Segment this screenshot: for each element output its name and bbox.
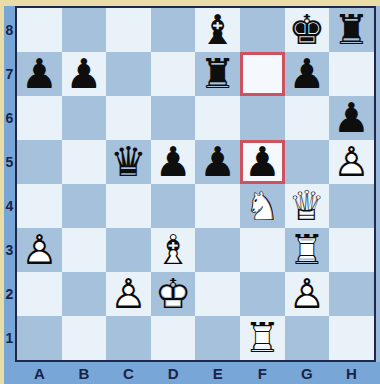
white-knight-icon[interactable]: ♞♘ (240, 184, 285, 228)
square-h2[interactable] (329, 272, 374, 316)
rank-label-8: 8 (4, 8, 15, 52)
white-queen-icon[interactable]: ♛♕ (285, 184, 330, 228)
square-a3[interactable]: ♟♙ (17, 228, 62, 272)
file-label-a: A (17, 362, 62, 384)
square-f1[interactable]: ♜♖ (240, 316, 285, 360)
rank-label-7: 7 (4, 52, 15, 96)
white-pawn-icon[interactable]: ♟♙ (106, 272, 151, 316)
square-f6[interactable] (240, 96, 285, 140)
rank-label-3: 3 (4, 228, 15, 272)
black-pawn-icon[interactable]: ♟ (62, 52, 107, 96)
square-b8[interactable] (62, 8, 107, 52)
square-a1[interactable] (17, 316, 62, 360)
file-labels: ABCDEFGH (17, 362, 374, 384)
black-pawn-icon[interactable]: ♟ (151, 140, 196, 184)
square-b3[interactable] (62, 228, 107, 272)
square-b7[interactable]: ♟ (62, 52, 107, 96)
square-b6[interactable] (62, 96, 107, 140)
square-d7[interactable] (151, 52, 196, 96)
square-d2[interactable]: ♚♔ (151, 272, 196, 316)
square-a4[interactable] (17, 184, 62, 228)
white-bishop-icon[interactable]: ♝♗ (151, 228, 196, 272)
square-d1[interactable] (151, 316, 196, 360)
square-g6[interactable] (285, 96, 330, 140)
square-c1[interactable] (106, 316, 151, 360)
square-d5[interactable]: ♟ (151, 140, 196, 184)
rank-label-1: 1 (4, 316, 15, 360)
square-h6[interactable]: ♟ (329, 96, 374, 140)
board-box: ♝♚♜♟♟♜♟♟♛♟♟♟♟♙♞♘♛♕♟♙♝♗♜♖♟♙♚♔♟♙♜♖ (15, 6, 376, 362)
square-e1[interactable] (195, 316, 240, 360)
file-label-e: E (195, 362, 240, 384)
white-king-icon[interactable]: ♚♔ (151, 272, 196, 316)
white-pawn-icon[interactable]: ♟♙ (285, 272, 330, 316)
square-a7[interactable]: ♟ (17, 52, 62, 96)
square-h1[interactable] (329, 316, 374, 360)
square-b2[interactable] (62, 272, 107, 316)
square-e7[interactable]: ♜ (195, 52, 240, 96)
black-queen-icon[interactable]: ♛ (106, 140, 151, 184)
square-c5[interactable]: ♛ (106, 140, 151, 184)
square-g4[interactable]: ♛♕ (285, 184, 330, 228)
square-a6[interactable] (17, 96, 62, 140)
black-pawn-icon[interactable]: ♟ (195, 140, 240, 184)
square-e5[interactable]: ♟ (195, 140, 240, 184)
square-e3[interactable] (195, 228, 240, 272)
square-g2[interactable]: ♟♙ (285, 272, 330, 316)
chess-board: ♝♚♜♟♟♜♟♟♛♟♟♟♟♙♞♘♛♕♟♙♝♗♜♖♟♙♚♔♟♙♜♖ (17, 8, 374, 360)
square-h8[interactable]: ♜ (329, 8, 374, 52)
square-d3[interactable]: ♝♗ (151, 228, 196, 272)
file-label-d: D (151, 362, 196, 384)
square-e6[interactable] (195, 96, 240, 140)
white-rook-icon[interactable]: ♜♖ (285, 228, 330, 272)
square-e4[interactable] (195, 184, 240, 228)
black-king-icon[interactable]: ♚ (285, 8, 330, 52)
board-right-edge (376, 6, 380, 362)
file-label-b: B (62, 362, 107, 384)
square-f3[interactable] (240, 228, 285, 272)
square-d6[interactable] (151, 96, 196, 140)
file-label-h: H (329, 362, 374, 384)
square-h3[interactable] (329, 228, 374, 272)
black-bishop-icon[interactable]: ♝ (195, 8, 240, 52)
black-pawn-icon[interactable]: ♟ (240, 140, 285, 184)
square-b1[interactable] (62, 316, 107, 360)
file-label-c: C (106, 362, 151, 384)
file-label-panel: ABCDEFGH (4, 362, 380, 384)
black-pawn-icon[interactable]: ♟ (17, 52, 62, 96)
square-d8[interactable] (151, 8, 196, 52)
square-f8[interactable] (240, 8, 285, 52)
square-h4[interactable] (329, 184, 374, 228)
black-pawn-icon[interactable]: ♟ (329, 96, 374, 140)
rank-label-4: 4 (4, 184, 15, 228)
square-f2[interactable] (240, 272, 285, 316)
square-g1[interactable] (285, 316, 330, 360)
rank-label-6: 6 (4, 96, 15, 140)
square-e8[interactable]: ♝ (195, 8, 240, 52)
square-a5[interactable] (17, 140, 62, 184)
square-f7[interactable] (240, 52, 285, 96)
file-label-f: F (240, 362, 285, 384)
square-g3[interactable]: ♜♖ (285, 228, 330, 272)
white-rook-icon[interactable]: ♜♖ (240, 316, 285, 360)
black-pawn-icon[interactable]: ♟ (285, 52, 330, 96)
square-h7[interactable] (329, 52, 374, 96)
black-rook-icon[interactable]: ♜ (329, 8, 374, 52)
black-rook-icon[interactable]: ♜ (195, 52, 240, 96)
chessboard-frame: 87654321 ♝♚♜♟♟♜♟♟♛♟♟♟♟♙♞♘♛♕♟♙♝♗♜♖♟♙♚♔♟♙♜… (0, 0, 380, 384)
square-b5[interactable] (62, 140, 107, 184)
white-pawn-icon[interactable]: ♟♙ (329, 140, 374, 184)
square-c7[interactable] (106, 52, 151, 96)
square-b4[interactable] (62, 184, 107, 228)
white-pawn-icon[interactable]: ♟♙ (17, 228, 62, 272)
square-c4[interactable] (106, 184, 151, 228)
square-c8[interactable] (106, 8, 151, 52)
rank-label-5: 5 (4, 140, 15, 184)
square-c2[interactable]: ♟♙ (106, 272, 151, 316)
rank-label-2: 2 (4, 272, 15, 316)
square-c3[interactable] (106, 228, 151, 272)
square-g7[interactable]: ♟ (285, 52, 330, 96)
square-f4[interactable]: ♞♘ (240, 184, 285, 228)
square-e2[interactable] (195, 272, 240, 316)
square-a8[interactable] (17, 8, 62, 52)
square-c6[interactable] (106, 96, 151, 140)
square-g5[interactable] (285, 140, 330, 184)
file-label-g: G (285, 362, 330, 384)
square-a2[interactable] (17, 272, 62, 316)
square-h5[interactable]: ♟♙ (329, 140, 374, 184)
square-f5[interactable]: ♟ (240, 140, 285, 184)
square-d4[interactable] (151, 184, 196, 228)
square-g8[interactable]: ♚ (285, 8, 330, 52)
rank-labels: 87654321 (4, 6, 15, 362)
